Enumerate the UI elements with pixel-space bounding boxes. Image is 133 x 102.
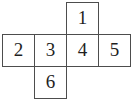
face-number: 6 xyxy=(46,71,56,93)
net-cell-face-4: 4 xyxy=(66,34,99,67)
face-number: 5 xyxy=(110,39,120,61)
face-number: 2 xyxy=(14,39,24,61)
face-number: 4 xyxy=(78,39,88,61)
net-cell-face-3: 3 xyxy=(34,34,67,67)
face-number: 1 xyxy=(78,7,88,29)
face-number: 3 xyxy=(46,39,56,61)
net-cell-face-6: 6 xyxy=(34,66,67,99)
net-cell-face-5: 5 xyxy=(98,34,131,67)
net-cell-face-2: 2 xyxy=(2,34,35,67)
cube-net-diagram: 1 2 3 4 5 6 xyxy=(0,0,133,102)
net-cell-face-1: 1 xyxy=(66,2,99,35)
cube-net-board: 1 2 3 4 5 6 xyxy=(2,2,131,99)
